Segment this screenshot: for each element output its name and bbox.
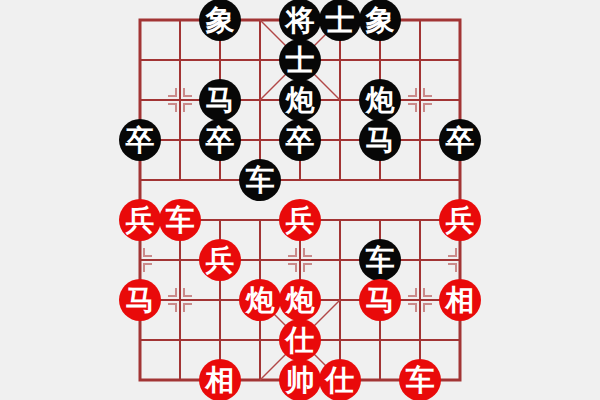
black-horse[interactable]: 马 xyxy=(199,79,241,121)
black-soldier[interactable]: 卒 xyxy=(199,119,241,161)
red-advisor[interactable]: 仕 xyxy=(279,319,321,361)
red-chariot[interactable]: 车 xyxy=(399,359,441,400)
xiangqi-board[interactable]: 象将士象士马炮炮卒卒卒马卒车车兵车兵兵兵马炮炮马相仕相帅仕车 xyxy=(120,0,480,400)
red-cannon[interactable]: 炮 xyxy=(279,279,321,321)
black-cannon[interactable]: 炮 xyxy=(279,79,321,121)
red-soldier[interactable]: 兵 xyxy=(439,199,481,241)
red-soldier[interactable]: 兵 xyxy=(199,239,241,281)
black-soldier[interactable]: 卒 xyxy=(279,119,321,161)
red-cannon[interactable]: 炮 xyxy=(239,279,281,321)
black-chariot[interactable]: 车 xyxy=(359,239,401,281)
red-soldier[interactable]: 兵 xyxy=(119,199,161,241)
black-cannon[interactable]: 炮 xyxy=(359,79,401,121)
red-elephant[interactable]: 相 xyxy=(439,279,481,321)
red-soldier[interactable]: 兵 xyxy=(279,199,321,241)
black-soldier[interactable]: 卒 xyxy=(439,119,481,161)
black-chariot[interactable]: 车 xyxy=(239,159,281,201)
black-elephant[interactable]: 象 xyxy=(359,0,401,41)
red-advisor[interactable]: 仕 xyxy=(319,359,361,400)
red-chariot[interactable]: 车 xyxy=(159,199,201,241)
black-advisor[interactable]: 士 xyxy=(319,0,361,41)
black-elephant[interactable]: 象 xyxy=(199,0,241,41)
black-horse[interactable]: 马 xyxy=(359,119,401,161)
black-soldier[interactable]: 卒 xyxy=(119,119,161,161)
red-horse[interactable]: 马 xyxy=(119,279,161,321)
xiangqi-screenshot: 象将士象士马炮炮卒卒卒马卒车车兵车兵兵兵马炮炮马相仕相帅仕车 xyxy=(0,0,600,400)
red-general[interactable]: 帅 xyxy=(279,359,321,400)
black-general[interactable]: 将 xyxy=(279,0,321,41)
red-elephant[interactable]: 相 xyxy=(199,359,241,400)
red-horse[interactable]: 马 xyxy=(359,279,401,321)
black-advisor[interactable]: 士 xyxy=(279,39,321,81)
